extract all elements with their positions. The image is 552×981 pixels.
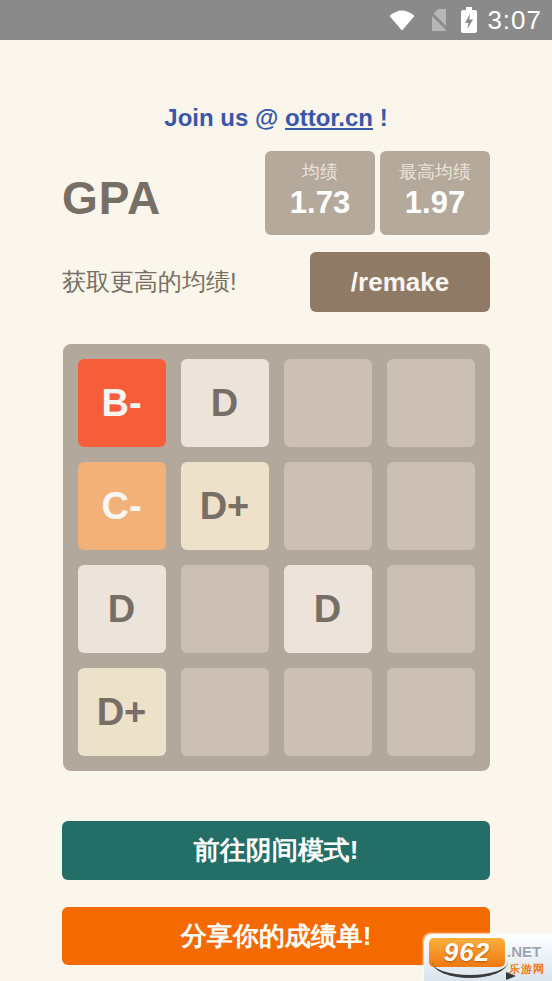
best-score-label: 最高均绩 xyxy=(394,161,476,183)
tile-d: D xyxy=(78,565,166,653)
status-bar: 3:07 xyxy=(0,0,552,40)
app-screen: 3:07 Join us @ ottor.cn ! GPA 均绩 1.73 最高… xyxy=(0,0,552,981)
score-value: 1.73 xyxy=(279,183,361,223)
empty-cell xyxy=(181,565,269,653)
tile-dplus: D+ xyxy=(78,668,166,756)
watermark-logo-net: .NET xyxy=(507,943,541,960)
empty-cell xyxy=(284,668,372,756)
join-us-line: Join us @ ottor.cn ! xyxy=(0,103,552,133)
join-suffix: ! xyxy=(373,104,388,131)
header-row: GPA 均绩 1.73 最高均绩 1.97 xyxy=(62,151,490,235)
empty-cell xyxy=(387,565,475,653)
tile-d: D xyxy=(284,565,372,653)
empty-cell xyxy=(387,668,475,756)
join-prefix: Join us @ xyxy=(164,104,285,131)
watermark-962net: 962 .NET 乐游网 xyxy=(424,934,552,981)
score-label: 均绩 xyxy=(279,161,361,183)
empty-cell xyxy=(284,359,372,447)
ottor-link[interactable]: ottor.cn xyxy=(285,104,373,131)
board[interactable]: B-DC-D+DDD+ xyxy=(63,344,490,771)
tile-dplus: D+ xyxy=(181,462,269,550)
wifi-icon xyxy=(388,8,416,32)
tagline: 获取更高的均绩! xyxy=(62,266,237,298)
subheader-row: 获取更高的均绩! /remake xyxy=(62,252,490,312)
empty-cell xyxy=(387,462,475,550)
tile-cminus: C- xyxy=(78,462,166,550)
tile-d: D xyxy=(181,359,269,447)
best-score-value: 1.97 xyxy=(394,183,476,223)
clock: 3:07 xyxy=(487,5,542,36)
hell-mode-button[interactable]: 前往阴间模式! xyxy=(62,821,490,880)
tile-bminus: B- xyxy=(78,359,166,447)
empty-cell xyxy=(284,462,372,550)
empty-cell xyxy=(181,668,269,756)
score-box-best: 最高均绩 1.97 xyxy=(380,151,490,235)
score-box-current: 均绩 1.73 xyxy=(265,151,375,235)
page-title: GPA xyxy=(62,161,161,225)
remake-button[interactable]: /remake xyxy=(310,252,490,312)
empty-cell xyxy=(387,359,475,447)
watermark-swoosh xyxy=(432,962,508,978)
battery-charging-icon xyxy=(460,6,478,34)
sim-off-icon xyxy=(425,7,451,33)
score-boxes: 均绩 1.73 最高均绩 1.97 xyxy=(265,151,490,235)
